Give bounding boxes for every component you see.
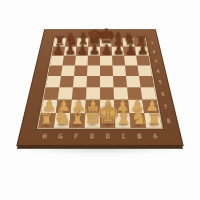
square-f2: ♟ [76, 47, 88, 56]
file-label-b: B [131, 131, 148, 141]
piece-shadow [55, 122, 69, 128]
piece-shadow [70, 122, 83, 128]
rank-label-8: 8 [162, 113, 174, 128]
square-g3 [62, 56, 75, 66]
square-c2: ♟ [112, 47, 124, 56]
piece-shadow [86, 122, 99, 128]
square-d3 [100, 56, 113, 66]
rank-label-4: 4 [153, 66, 163, 76]
square-a6 [141, 87, 157, 99]
square-f4 [74, 66, 87, 76]
square-g1: ♞ [65, 38, 77, 46]
square-h6 [44, 87, 60, 99]
square-b6 [127, 87, 142, 99]
square-d5 [100, 76, 114, 87]
square-g8: ♞ [54, 113, 71, 128]
square-a4 [138, 66, 152, 76]
rank-label-3: 3 [151, 56, 161, 66]
chess-board: ♜♞♝♛♚♝♞♜♟♟♟♟♟♟♟♟♟♟♟♟♟♟♟♟♜♞♝♛♚♝♞♜ HGFEDCB… [18, 30, 182, 145]
square-a2: ♟ [135, 47, 148, 56]
file-label-f: F [68, 131, 84, 141]
rank-label-2: 2 [149, 47, 158, 56]
square-e2: ♟ [88, 47, 100, 56]
square-e5 [86, 76, 100, 87]
square-c7: ♟ [114, 100, 129, 113]
square-h7: ♟ [41, 100, 58, 113]
square-b1: ♞ [122, 38, 134, 46]
file-label-h: H [36, 131, 53, 141]
file-label-e: E [84, 131, 100, 141]
file-label-c: C [116, 131, 132, 141]
square-c5 [113, 76, 127, 87]
square-a3 [136, 56, 150, 66]
square-a7: ♟ [142, 100, 159, 113]
square-c4 [113, 66, 126, 76]
square-f3 [75, 56, 88, 66]
square-b2: ♟ [123, 47, 136, 56]
square-g2: ♟ [64, 47, 77, 56]
square-d8: ♚ [100, 113, 115, 128]
square-c1: ♝ [111, 38, 123, 46]
file-label-a: A [147, 131, 164, 141]
file-label-d: D [100, 131, 116, 141]
square-f8: ♝ [69, 113, 85, 128]
square-a1: ♜ [134, 38, 147, 46]
square-a5 [139, 76, 154, 87]
square-g6 [58, 87, 73, 99]
light-rook: ♜ [39, 111, 54, 128]
piece-shadow [147, 122, 161, 128]
square-g4 [61, 66, 75, 76]
square-d6 [100, 87, 114, 99]
square-e4 [87, 66, 100, 76]
rank-label-6: 6 [157, 87, 168, 99]
file-coordinates: HGFEDCBA [36, 131, 164, 141]
square-e6 [86, 87, 100, 99]
square-a8: ♜ [144, 113, 161, 128]
square-d4 [100, 66, 113, 76]
piece-shadow [40, 122, 54, 128]
square-e7: ♟ [85, 100, 100, 113]
rank-label-7: 7 [160, 100, 172, 113]
light-rook: ♜ [146, 111, 161, 128]
board-grid: ♜♞♝♛♚♝♞♜♟♟♟♟♟♟♟♟♟♟♟♟♟♟♟♟♜♞♝♛♚♝♞♜ [38, 38, 161, 127]
square-e1: ♛ [88, 38, 100, 46]
rank-label-5: 5 [155, 76, 166, 87]
square-g5 [59, 76, 74, 87]
square-g7: ♟ [56, 100, 72, 113]
piece-shadow [116, 122, 129, 128]
piece-shadow [101, 122, 114, 128]
rank-label-1: 1 [148, 38, 157, 46]
file-label-g: G [52, 131, 69, 141]
square-d1: ♚ [100, 38, 112, 46]
square-f1: ♝ [77, 38, 89, 46]
square-b5 [126, 76, 141, 87]
square-e8: ♛ [85, 113, 100, 128]
piece-shadow [131, 122, 145, 128]
square-d7: ♟ [100, 100, 115, 113]
square-h5 [46, 76, 61, 87]
square-c8: ♝ [115, 113, 131, 128]
square-f5 [73, 76, 87, 87]
square-e3 [87, 56, 100, 66]
square-c3 [112, 56, 125, 66]
square-c6 [114, 87, 129, 99]
square-d2: ♟ [100, 47, 112, 56]
square-f6 [72, 87, 87, 99]
square-f7: ♟ [71, 100, 86, 113]
chess-set-photo: ♜♞♝♛♚♝♞♜♟♟♟♟♟♟♟♟♟♟♟♟♟♟♟♟♜♞♝♛♚♝♞♜ HGFEDCB… [0, 0, 200, 200]
